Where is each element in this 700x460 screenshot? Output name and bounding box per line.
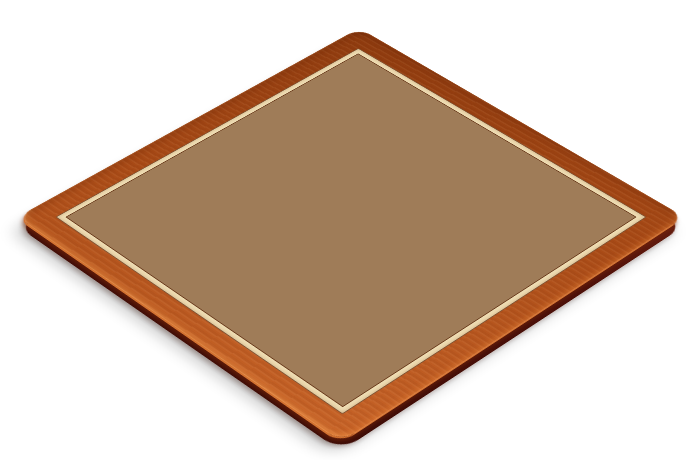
maple-trim-border bbox=[55, 48, 646, 414]
photo-background bbox=[0, 0, 700, 460]
chess-board bbox=[17, 28, 685, 442]
board-grid bbox=[65, 53, 636, 407]
